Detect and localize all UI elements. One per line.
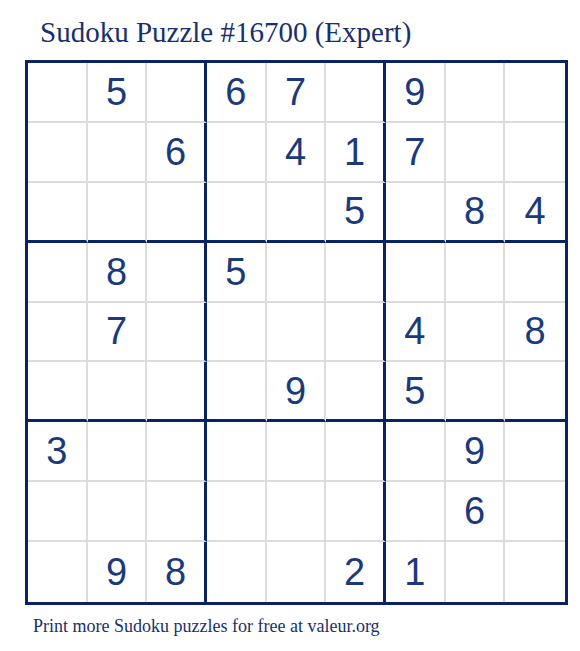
cell-r7c6-empty xyxy=(326,422,386,482)
cell-r1c9-empty xyxy=(505,63,565,123)
sudoku-board: 5679641758485748953969821 xyxy=(25,60,568,605)
cell-r1c7-given: 9 xyxy=(386,63,446,123)
cell-r8c5-empty xyxy=(267,482,327,542)
cell-r8c8-given: 6 xyxy=(446,482,506,542)
cell-r5c6-empty xyxy=(326,303,386,363)
cell-r5c7-given: 4 xyxy=(386,303,446,363)
cell-r6c2-empty xyxy=(88,362,148,422)
cell-r4c3-empty xyxy=(147,243,207,303)
cell-r3c4-empty xyxy=(207,183,267,243)
cell-r2c4-empty xyxy=(207,123,267,183)
cell-r1c1-empty xyxy=(28,63,88,123)
cell-r3c5-empty xyxy=(267,183,327,243)
cell-r8c2-empty xyxy=(88,482,148,542)
cell-r9c4-empty xyxy=(207,542,267,602)
cell-r3c6-given: 5 xyxy=(326,183,386,243)
cell-r2c2-empty xyxy=(88,123,148,183)
cell-r3c7-empty xyxy=(386,183,446,243)
cell-r7c9-empty xyxy=(505,422,565,482)
cell-r9c9-empty xyxy=(505,542,565,602)
cell-r8c3-empty xyxy=(147,482,207,542)
cell-r5c2-given: 7 xyxy=(88,303,148,363)
cell-r9c7-given: 1 xyxy=(386,542,446,602)
cell-r1c4-given: 6 xyxy=(207,63,267,123)
cell-r1c3-empty xyxy=(147,63,207,123)
footer-text: Print more Sudoku puzzles for free at va… xyxy=(33,616,380,637)
cell-r3c8-given: 8 xyxy=(446,183,506,243)
cell-r3c9-given: 4 xyxy=(505,183,565,243)
cell-r6c1-empty xyxy=(28,362,88,422)
cell-r6c6-empty xyxy=(326,362,386,422)
cell-r5c9-given: 8 xyxy=(505,303,565,363)
cell-r3c1-empty xyxy=(28,183,88,243)
cell-r6c7-given: 5 xyxy=(386,362,446,422)
cell-r4c1-empty xyxy=(28,243,88,303)
cell-r9c1-empty xyxy=(28,542,88,602)
cell-r7c4-empty xyxy=(207,422,267,482)
cell-r3c2-empty xyxy=(88,183,148,243)
cell-r5c1-empty xyxy=(28,303,88,363)
cell-r6c8-empty xyxy=(446,362,506,422)
cell-r9c8-empty xyxy=(446,542,506,602)
cell-r4c2-given: 8 xyxy=(88,243,148,303)
cell-r8c7-empty xyxy=(386,482,446,542)
cell-r8c6-empty xyxy=(326,482,386,542)
cell-r4c9-empty xyxy=(505,243,565,303)
cell-r8c1-empty xyxy=(28,482,88,542)
cell-r4c7-empty xyxy=(386,243,446,303)
cell-r7c1-given: 3 xyxy=(28,422,88,482)
cell-r2c6-given: 1 xyxy=(326,123,386,183)
cell-r6c3-empty xyxy=(147,362,207,422)
cell-r2c1-empty xyxy=(28,123,88,183)
cell-r5c8-empty xyxy=(446,303,506,363)
cell-r5c3-empty xyxy=(147,303,207,363)
cell-r9c6-given: 2 xyxy=(326,542,386,602)
cell-r9c3-given: 8 xyxy=(147,542,207,602)
cell-r1c5-given: 7 xyxy=(267,63,327,123)
cell-r9c5-empty xyxy=(267,542,327,602)
cell-r7c2-empty xyxy=(88,422,148,482)
cell-r7c3-empty xyxy=(147,422,207,482)
cell-r7c5-empty xyxy=(267,422,327,482)
cell-r4c6-empty xyxy=(326,243,386,303)
cell-r2c9-empty xyxy=(505,123,565,183)
cell-r7c8-given: 9 xyxy=(446,422,506,482)
cell-r6c5-given: 9 xyxy=(267,362,327,422)
cell-r2c8-empty xyxy=(446,123,506,183)
page-title: Sudoku Puzzle #16700 (Expert) xyxy=(40,16,411,49)
cell-r2c7-given: 7 xyxy=(386,123,446,183)
cell-r6c4-empty xyxy=(207,362,267,422)
cell-r2c5-given: 4 xyxy=(267,123,327,183)
cell-r1c2-given: 5 xyxy=(88,63,148,123)
cell-r7c7-empty xyxy=(386,422,446,482)
cell-r5c4-empty xyxy=(207,303,267,363)
cell-r4c8-empty xyxy=(446,243,506,303)
cell-r2c3-given: 6 xyxy=(147,123,207,183)
cell-r4c4-given: 5 xyxy=(207,243,267,303)
cell-r1c6-empty xyxy=(326,63,386,123)
cell-r3c3-empty xyxy=(147,183,207,243)
cell-r5c5-empty xyxy=(267,303,327,363)
cell-r1c8-empty xyxy=(446,63,506,123)
cell-r4c5-empty xyxy=(267,243,327,303)
cell-r8c4-empty xyxy=(207,482,267,542)
cell-r8c9-empty xyxy=(505,482,565,542)
cell-r9c2-given: 9 xyxy=(88,542,148,602)
cell-r6c9-empty xyxy=(505,362,565,422)
